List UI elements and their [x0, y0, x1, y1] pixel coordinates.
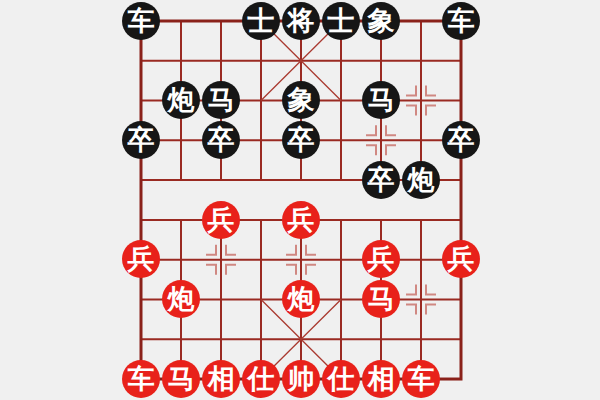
piece-black-elephant[interactable]: 象	[362, 2, 400, 40]
piece-red-chariot[interactable]: 车	[122, 360, 160, 398]
piece-red-advisor[interactable]: 仕	[322, 360, 360, 398]
board-point-7-4: 炮	[401, 160, 441, 200]
board-point-2-9: 相	[201, 359, 241, 399]
piece-black-general[interactable]: 将	[282, 2, 320, 40]
piece-black-advisor[interactable]: 士	[242, 2, 280, 40]
board-point-8-3: 卒	[441, 120, 481, 160]
piece-red-soldier[interactable]: 兵	[362, 240, 400, 278]
board-point-2-5: 兵	[201, 200, 241, 240]
piece-red-cannon[interactable]: 炮	[282, 280, 320, 318]
board-point-4-5: 兵	[281, 200, 321, 240]
piece-black-advisor[interactable]: 士	[322, 2, 360, 40]
piece-black-elephant[interactable]: 象	[282, 81, 320, 119]
board-point-0-3: 卒	[121, 120, 161, 160]
piece-black-soldier[interactable]: 卒	[202, 121, 240, 159]
board-point-5-9: 仕	[321, 359, 361, 399]
board-point-7-9: 车	[401, 359, 441, 399]
board-point-3-9: 仕	[241, 359, 281, 399]
piece-black-horse[interactable]: 马	[362, 81, 400, 119]
piece-red-soldier[interactable]: 兵	[282, 201, 320, 239]
piece-red-horse[interactable]: 马	[162, 360, 200, 398]
piece-black-cannon[interactable]: 炮	[162, 81, 200, 119]
piece-red-general[interactable]: 帅	[282, 360, 320, 398]
piece-red-soldier[interactable]: 兵	[442, 240, 480, 278]
board-point-1-9: 马	[161, 359, 201, 399]
board-point-4-9: 帅	[281, 359, 321, 399]
board-point-6-4: 卒	[361, 160, 401, 200]
board-point-0-9: 车	[121, 359, 161, 399]
board-point-1-2: 炮	[161, 81, 201, 121]
piece-black-cannon[interactable]: 炮	[402, 161, 440, 199]
board-point-5-0: 士	[321, 1, 361, 41]
piece-black-soldier[interactable]: 卒	[282, 121, 320, 159]
piece-red-cannon[interactable]: 炮	[162, 280, 200, 318]
board-point-6-6: 兵	[361, 240, 401, 280]
board-point-4-0: 将	[281, 1, 321, 41]
piece-black-chariot[interactable]: 车	[122, 2, 160, 40]
board-point-0-6: 兵	[121, 240, 161, 280]
board-point-4-7: 炮	[281, 279, 321, 319]
board-point-2-3: 卒	[201, 120, 241, 160]
piece-red-advisor[interactable]: 仕	[242, 360, 280, 398]
board-point-0-0: 车	[121, 1, 161, 41]
piece-black-horse[interactable]: 马	[202, 81, 240, 119]
piece-black-soldier[interactable]: 卒	[442, 121, 480, 159]
board-point-8-6: 兵	[441, 240, 481, 280]
board-point-4-3: 卒	[281, 120, 321, 160]
xiangqi-board[interactable]: 车士将士象车炮马象马卒卒卒卒卒炮兵兵兵兵兵炮炮马车马相仕帅仕相车	[121, 1, 481, 399]
piece-red-soldier[interactable]: 兵	[122, 240, 160, 278]
board-point-6-7: 马	[361, 279, 401, 319]
xiangqi-screen: 车士将士象车炮马象马卒卒卒卒卒炮兵兵兵兵兵炮炮马车马相仕帅仕相车	[0, 0, 600, 400]
board-point-6-2: 马	[361, 81, 401, 121]
piece-red-elephant[interactable]: 相	[202, 360, 240, 398]
board-point-6-9: 相	[361, 359, 401, 399]
piece-black-soldier[interactable]: 卒	[362, 161, 400, 199]
piece-black-chariot[interactable]: 车	[442, 2, 480, 40]
board-point-4-2: 象	[281, 81, 321, 121]
board-point-6-0: 象	[361, 1, 401, 41]
board-point-3-0: 士	[241, 1, 281, 41]
piece-red-chariot[interactable]: 车	[402, 360, 440, 398]
board-point-8-0: 车	[441, 1, 481, 41]
piece-red-horse[interactable]: 马	[362, 280, 400, 318]
piece-black-soldier[interactable]: 卒	[122, 121, 160, 159]
board-point-2-2: 马	[201, 81, 241, 121]
piece-red-elephant[interactable]: 相	[362, 360, 400, 398]
board-point-1-7: 炮	[161, 279, 201, 319]
piece-red-soldier[interactable]: 兵	[202, 201, 240, 239]
